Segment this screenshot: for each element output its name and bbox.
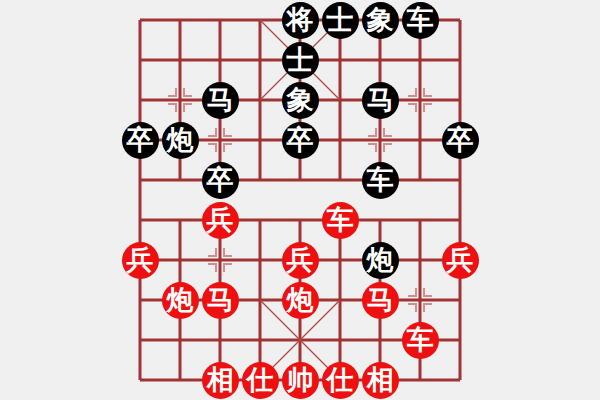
point-r9c2[interactable]: 相 — [200, 360, 240, 400]
point-r0c5[interactable]: 士 — [320, 0, 360, 40]
point-r9c1[interactable] — [160, 360, 200, 400]
point-r8c7[interactable]: 车 — [400, 320, 440, 360]
black-horse-piece[interactable]: 马 — [362, 82, 399, 119]
point-r6c8[interactable]: 兵 — [440, 240, 480, 280]
point-r5c0[interactable] — [120, 200, 160, 240]
red-soldier-piece[interactable]: 兵 — [122, 242, 159, 279]
point-r7c2[interactable]: 马 — [200, 280, 240, 320]
point-r8c0[interactable] — [120, 320, 160, 360]
point-r7c3[interactable] — [240, 280, 280, 320]
point-r9c6[interactable]: 相 — [360, 360, 400, 400]
point-r2c2[interactable]: 马 — [200, 80, 240, 120]
point-r8c4[interactable] — [280, 320, 320, 360]
point-r2c7[interactable] — [400, 80, 440, 120]
point-r4c6[interactable]: 车 — [360, 160, 400, 200]
point-r1c3[interactable] — [240, 40, 280, 80]
point-r0c2[interactable] — [200, 0, 240, 40]
point-r8c5[interactable] — [320, 320, 360, 360]
red-cannon-piece[interactable]: 炮 — [282, 282, 319, 319]
black-advisor-piece[interactable]: 士 — [322, 2, 359, 39]
point-r6c6[interactable]: 炮 — [360, 240, 400, 280]
black-soldier-piece[interactable]: 卒 — [442, 122, 479, 159]
red-chariot-piece[interactable]: 车 — [322, 202, 359, 239]
point-r1c8[interactable] — [440, 40, 480, 80]
point-r3c8[interactable]: 卒 — [440, 120, 480, 160]
point-r7c1[interactable]: 炮 — [160, 280, 200, 320]
black-elephant-piece[interactable]: 象 — [282, 82, 319, 119]
point-r4c3[interactable] — [240, 160, 280, 200]
point-r1c4[interactable]: 士 — [280, 40, 320, 80]
point-r5c1[interactable] — [160, 200, 200, 240]
point-r0c4[interactable]: 将 — [280, 0, 320, 40]
point-r4c5[interactable] — [320, 160, 360, 200]
black-elephant-piece[interactable]: 象 — [362, 2, 399, 39]
point-r8c3[interactable] — [240, 320, 280, 360]
red-general-piece[interactable]: 帅 — [282, 362, 319, 399]
point-r4c8[interactable] — [440, 160, 480, 200]
black-horse-piece[interactable]: 马 — [202, 82, 239, 119]
point-r0c0[interactable] — [120, 0, 160, 40]
point-r4c1[interactable] — [160, 160, 200, 200]
point-r3c6[interactable] — [360, 120, 400, 160]
point-r3c5[interactable] — [320, 120, 360, 160]
point-r9c3[interactable]: 仕 — [240, 360, 280, 400]
point-r1c7[interactable] — [400, 40, 440, 80]
point-r6c0[interactable]: 兵 — [120, 240, 160, 280]
point-r5c8[interactable] — [440, 200, 480, 240]
red-cannon-piece[interactable]: 炮 — [162, 282, 199, 319]
point-r9c5[interactable]: 仕 — [320, 360, 360, 400]
red-elephant-piece[interactable]: 相 — [202, 362, 239, 399]
point-r3c3[interactable] — [240, 120, 280, 160]
black-soldier-piece[interactable]: 卒 — [202, 162, 239, 199]
point-r8c8[interactable] — [440, 320, 480, 360]
point-r3c4[interactable]: 卒 — [280, 120, 320, 160]
point-r2c1[interactable] — [160, 80, 200, 120]
black-soldier-piece[interactable]: 卒 — [282, 122, 319, 159]
red-horse-piece[interactable]: 马 — [202, 282, 239, 319]
red-soldier-piece[interactable]: 兵 — [282, 242, 319, 279]
black-general-piece[interactable]: 将 — [282, 2, 319, 39]
point-r3c7[interactable] — [400, 120, 440, 160]
point-r8c6[interactable] — [360, 320, 400, 360]
point-r6c4[interactable]: 兵 — [280, 240, 320, 280]
point-r4c7[interactable] — [400, 160, 440, 200]
point-r8c2[interactable] — [200, 320, 240, 360]
point-r1c0[interactable] — [120, 40, 160, 80]
point-r7c5[interactable] — [320, 280, 360, 320]
point-r0c8[interactable] — [440, 0, 480, 40]
red-soldier-piece[interactable]: 兵 — [202, 202, 239, 239]
board-points: 将士象车士马象马卒炮卒卒卒车兵车兵兵炮兵炮马炮马车相仕帅仕相 — [120, 0, 480, 400]
point-r6c3[interactable] — [240, 240, 280, 280]
point-r3c1[interactable]: 炮 — [160, 120, 200, 160]
point-r2c0[interactable] — [120, 80, 160, 120]
point-r7c0[interactable] — [120, 280, 160, 320]
point-r6c7[interactable] — [400, 240, 440, 280]
point-r9c4[interactable]: 帅 — [280, 360, 320, 400]
point-r2c5[interactable] — [320, 80, 360, 120]
point-r1c5[interactable] — [320, 40, 360, 80]
point-r0c6[interactable]: 象 — [360, 0, 400, 40]
point-r2c3[interactable] — [240, 80, 280, 120]
point-r1c6[interactable] — [360, 40, 400, 80]
point-r6c1[interactable] — [160, 240, 200, 280]
black-chariot-piece[interactable]: 车 — [402, 2, 439, 39]
point-r9c7[interactable] — [400, 360, 440, 400]
point-r0c3[interactable] — [240, 0, 280, 40]
point-r7c6[interactable]: 马 — [360, 280, 400, 320]
point-r2c8[interactable] — [440, 80, 480, 120]
point-r3c2[interactable] — [200, 120, 240, 160]
point-r5c4[interactable] — [280, 200, 320, 240]
black-chariot-piece[interactable]: 车 — [362, 162, 399, 199]
black-cannon-piece[interactable]: 炮 — [162, 122, 199, 159]
point-r8c1[interactable] — [160, 320, 200, 360]
point-r7c8[interactable] — [440, 280, 480, 320]
point-r6c2[interactable] — [200, 240, 240, 280]
point-r0c1[interactable] — [160, 0, 200, 40]
point-r1c2[interactable] — [200, 40, 240, 80]
black-advisor-piece[interactable]: 士 — [282, 42, 319, 79]
red-advisor-piece[interactable]: 仕 — [242, 362, 279, 399]
point-r5c2[interactable]: 兵 — [200, 200, 240, 240]
point-r4c0[interactable] — [120, 160, 160, 200]
red-chariot-piece[interactable]: 车 — [402, 322, 439, 359]
red-soldier-piece[interactable]: 兵 — [442, 242, 479, 279]
red-advisor-piece[interactable]: 仕 — [322, 362, 359, 399]
point-r7c7[interactable] — [400, 280, 440, 320]
point-r4c2[interactable]: 卒 — [200, 160, 240, 200]
point-r4c4[interactable] — [280, 160, 320, 200]
red-elephant-piece[interactable]: 相 — [362, 362, 399, 399]
point-r0c7[interactable]: 车 — [400, 0, 440, 40]
xiangqi-board: 将士象车士马象马卒炮卒卒卒车兵车兵兵炮兵炮马炮马车相仕帅仕相 — [0, 0, 600, 400]
black-soldier-piece[interactable]: 卒 — [122, 122, 159, 159]
red-horse-piece[interactable]: 马 — [362, 282, 399, 319]
point-r5c6[interactable] — [360, 200, 400, 240]
point-r2c6[interactable]: 马 — [360, 80, 400, 120]
point-r9c8[interactable] — [440, 360, 480, 400]
point-r6c5[interactable] — [320, 240, 360, 280]
point-r9c0[interactable] — [120, 360, 160, 400]
point-r5c7[interactable] — [400, 200, 440, 240]
point-r2c4[interactable]: 象 — [280, 80, 320, 120]
point-r3c0[interactable]: 卒 — [120, 120, 160, 160]
black-cannon-piece[interactable]: 炮 — [362, 242, 399, 279]
point-r7c4[interactable]: 炮 — [280, 280, 320, 320]
point-r5c3[interactable] — [240, 200, 280, 240]
point-r5c5[interactable]: 车 — [320, 200, 360, 240]
point-r1c1[interactable] — [160, 40, 200, 80]
